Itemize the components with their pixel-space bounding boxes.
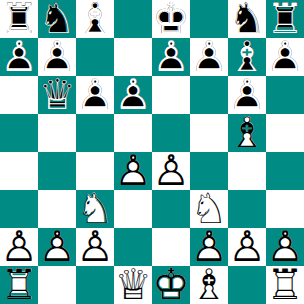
piece-fill-glyph: ♟ — [76, 228, 114, 266]
piece-fill-glyph: ♟ — [0, 38, 38, 76]
white-knight-icon: ♞♘ — [76, 190, 114, 228]
black-pawn-icon: ♟♙ — [114, 76, 152, 114]
piece-fill-glyph: ♜ — [0, 0, 38, 38]
piece-fill-glyph: ♝ — [228, 38, 266, 76]
square-a5[interactable] — [0, 114, 38, 152]
piece-detail-glyph: ♖ — [266, 0, 304, 38]
piece-detail-glyph: ♙ — [266, 228, 304, 266]
piece-fill-glyph: ♜ — [266, 266, 304, 304]
piece-fill-glyph: ♟ — [190, 228, 228, 266]
square-g1[interactable] — [228, 266, 266, 304]
square-c8[interactable]: ♝♗ — [76, 0, 114, 38]
piece-detail-glyph: ♗ — [228, 114, 266, 152]
white-pawn-icon: ♟♙ — [114, 152, 152, 190]
white-rook-icon: ♜♖ — [0, 266, 38, 304]
square-f2[interactable]: ♟♙ — [190, 228, 228, 266]
square-h8[interactable]: ♜♖ — [266, 0, 304, 38]
piece-fill-glyph: ♟ — [266, 38, 304, 76]
square-f3[interactable]: ♞♘ — [190, 190, 228, 228]
piece-fill-glyph: ♟ — [114, 152, 152, 190]
white-knight-icon: ♞♘ — [190, 190, 228, 228]
piece-detail-glyph: ♖ — [0, 266, 38, 304]
piece-fill-glyph: ♚ — [152, 0, 190, 38]
piece-fill-glyph: ♝ — [76, 0, 114, 38]
square-a7[interactable]: ♟♙ — [0, 38, 38, 76]
piece-detail-glyph: ♙ — [152, 152, 190, 190]
white-bishop-icon: ♝♗ — [228, 114, 266, 152]
white-pawn-icon: ♟♙ — [190, 228, 228, 266]
black-king-icon: ♚♔ — [152, 0, 190, 38]
piece-detail-glyph: ♔ — [152, 266, 190, 304]
square-b7[interactable]: ♟♙ — [38, 38, 76, 76]
square-a8[interactable]: ♜♖ — [0, 0, 38, 38]
piece-detail-glyph: ♙ — [114, 76, 152, 114]
square-h6[interactable] — [266, 76, 304, 114]
white-queen-icon: ♛♕ — [114, 266, 152, 304]
square-d2[interactable] — [114, 228, 152, 266]
piece-detail-glyph: ♔ — [152, 0, 190, 38]
piece-detail-glyph: ♖ — [0, 0, 38, 38]
piece-fill-glyph: ♟ — [228, 76, 266, 114]
piece-detail-glyph: ♙ — [38, 228, 76, 266]
square-g3[interactable] — [228, 190, 266, 228]
piece-detail-glyph: ♙ — [0, 228, 38, 266]
piece-fill-glyph: ♞ — [228, 0, 266, 38]
square-d3[interactable] — [114, 190, 152, 228]
square-e3[interactable] — [152, 190, 190, 228]
piece-detail-glyph: ♙ — [228, 228, 266, 266]
square-c5[interactable] — [76, 114, 114, 152]
piece-detail-glyph: ♙ — [0, 38, 38, 76]
piece-detail-glyph: ♘ — [190, 190, 228, 228]
white-pawn-icon: ♟♙ — [76, 228, 114, 266]
black-knight-icon: ♞♘ — [228, 0, 266, 38]
square-d1[interactable]: ♛♕ — [114, 266, 152, 304]
square-b5[interactable] — [38, 114, 76, 152]
black-pawn-icon: ♟♙ — [152, 38, 190, 76]
white-bishop-icon: ♝♗ — [190, 266, 228, 304]
piece-fill-glyph: ♟ — [38, 38, 76, 76]
square-c4[interactable] — [76, 152, 114, 190]
black-pawn-icon: ♟♙ — [228, 76, 266, 114]
piece-fill-glyph: ♟ — [114, 76, 152, 114]
square-c2[interactable]: ♟♙ — [76, 228, 114, 266]
square-a6[interactable] — [0, 76, 38, 114]
piece-fill-glyph: ♟ — [266, 228, 304, 266]
black-pawn-icon: ♟♙ — [190, 38, 228, 76]
square-g8[interactable]: ♞♘ — [228, 0, 266, 38]
piece-detail-glyph: ♙ — [76, 76, 114, 114]
square-a4[interactable] — [0, 152, 38, 190]
piece-fill-glyph: ♟ — [76, 76, 114, 114]
piece-detail-glyph: ♗ — [190, 266, 228, 304]
piece-detail-glyph: ♙ — [190, 38, 228, 76]
piece-fill-glyph: ♝ — [190, 266, 228, 304]
piece-fill-glyph: ♟ — [152, 38, 190, 76]
square-a3[interactable] — [0, 190, 38, 228]
piece-detail-glyph: ♖ — [266, 266, 304, 304]
square-f4[interactable] — [190, 152, 228, 190]
square-a1[interactable]: ♜♖ — [0, 266, 38, 304]
piece-fill-glyph: ♞ — [76, 190, 114, 228]
black-bishop-icon: ♝♗ — [228, 38, 266, 76]
square-b6[interactable]: ♛♕ — [38, 76, 76, 114]
square-e1[interactable]: ♚♔ — [152, 266, 190, 304]
square-d4[interactable]: ♟♙ — [114, 152, 152, 190]
black-bishop-icon: ♝♗ — [76, 0, 114, 38]
square-d7[interactable] — [114, 38, 152, 76]
square-f5[interactable] — [190, 114, 228, 152]
white-pawn-icon: ♟♙ — [0, 228, 38, 266]
piece-detail-glyph: ♕ — [114, 266, 152, 304]
square-e6[interactable] — [152, 76, 190, 114]
square-b3[interactable] — [38, 190, 76, 228]
piece-detail-glyph: ♘ — [38, 0, 76, 38]
square-c6[interactable]: ♟♙ — [76, 76, 114, 114]
square-c1[interactable] — [76, 266, 114, 304]
piece-fill-glyph: ♟ — [190, 38, 228, 76]
white-pawn-icon: ♟♙ — [152, 152, 190, 190]
piece-fill-glyph: ♛ — [114, 266, 152, 304]
black-rook-icon: ♜♖ — [266, 0, 304, 38]
square-h2[interactable]: ♟♙ — [266, 228, 304, 266]
square-f7[interactable]: ♟♙ — [190, 38, 228, 76]
piece-fill-glyph: ♞ — [38, 0, 76, 38]
piece-fill-glyph: ♟ — [228, 228, 266, 266]
piece-fill-glyph: ♞ — [190, 190, 228, 228]
black-pawn-icon: ♟♙ — [76, 76, 114, 114]
white-pawn-icon: ♟♙ — [228, 228, 266, 266]
piece-fill-glyph: ♜ — [0, 266, 38, 304]
piece-detail-glyph: ♙ — [76, 228, 114, 266]
white-rook-icon: ♜♖ — [266, 266, 304, 304]
white-king-icon: ♚♔ — [152, 266, 190, 304]
piece-detail-glyph: ♙ — [266, 38, 304, 76]
square-a2[interactable]: ♟♙ — [0, 228, 38, 266]
piece-fill-glyph: ♚ — [152, 266, 190, 304]
black-queen-icon: ♛♕ — [38, 76, 76, 114]
square-h4[interactable] — [266, 152, 304, 190]
square-f1[interactable]: ♝♗ — [190, 266, 228, 304]
square-e2[interactable] — [152, 228, 190, 266]
square-b1[interactable] — [38, 266, 76, 304]
piece-detail-glyph: ♘ — [76, 190, 114, 228]
piece-detail-glyph: ♘ — [228, 0, 266, 38]
square-h1[interactable]: ♜♖ — [266, 266, 304, 304]
black-pawn-icon: ♟♙ — [266, 38, 304, 76]
square-c3[interactable]: ♞♘ — [76, 190, 114, 228]
square-e8[interactable]: ♚♔ — [152, 0, 190, 38]
piece-detail-glyph: ♙ — [114, 152, 152, 190]
piece-detail-glyph: ♙ — [228, 76, 266, 114]
piece-detail-glyph: ♕ — [38, 76, 76, 114]
black-pawn-icon: ♟♙ — [38, 38, 76, 76]
piece-fill-glyph: ♟ — [152, 152, 190, 190]
square-d5[interactable] — [114, 114, 152, 152]
piece-detail-glyph: ♗ — [228, 38, 266, 76]
square-d6[interactable]: ♟♙ — [114, 76, 152, 114]
black-rook-icon: ♜♖ — [0, 0, 38, 38]
square-g6[interactable]: ♟♙ — [228, 76, 266, 114]
square-e4[interactable]: ♟♙ — [152, 152, 190, 190]
piece-fill-glyph: ♟ — [0, 228, 38, 266]
piece-fill-glyph: ♟ — [38, 228, 76, 266]
square-f8[interactable] — [190, 0, 228, 38]
square-b4[interactable] — [38, 152, 76, 190]
chess-board: ♜♖♞♘♝♗♚♔♞♘♜♖♟♙♟♙♟♙♟♙♝♗♟♙♛♕♟♙♟♙♟♙♝♗♟♙♟♙♞♘… — [0, 0, 304, 304]
square-b8[interactable]: ♞♘ — [38, 0, 76, 38]
black-pawn-icon: ♟♙ — [0, 38, 38, 76]
black-knight-icon: ♞♘ — [38, 0, 76, 38]
square-g5[interactable]: ♝♗ — [228, 114, 266, 152]
square-g2[interactable]: ♟♙ — [228, 228, 266, 266]
white-pawn-icon: ♟♙ — [266, 228, 304, 266]
piece-fill-glyph: ♜ — [266, 0, 304, 38]
square-e7[interactable]: ♟♙ — [152, 38, 190, 76]
square-h5[interactable] — [266, 114, 304, 152]
piece-detail-glyph: ♙ — [38, 38, 76, 76]
piece-fill-glyph: ♝ — [228, 114, 266, 152]
piece-detail-glyph: ♙ — [190, 228, 228, 266]
square-b2[interactable]: ♟♙ — [38, 228, 76, 266]
square-g4[interactable] — [228, 152, 266, 190]
square-c7[interactable] — [76, 38, 114, 76]
square-h7[interactable]: ♟♙ — [266, 38, 304, 76]
square-e5[interactable] — [152, 114, 190, 152]
piece-fill-glyph: ♛ — [38, 76, 76, 114]
square-g7[interactable]: ♝♗ — [228, 38, 266, 76]
white-pawn-icon: ♟♙ — [38, 228, 76, 266]
piece-detail-glyph: ♗ — [76, 0, 114, 38]
piece-detail-glyph: ♙ — [152, 38, 190, 76]
square-f6[interactable] — [190, 76, 228, 114]
square-h3[interactable] — [266, 190, 304, 228]
square-d8[interactable] — [114, 0, 152, 38]
